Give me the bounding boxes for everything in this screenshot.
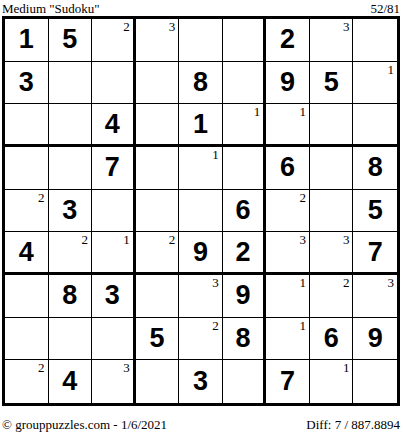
cell-r6c2[interactable]: 2 (49, 232, 93, 275)
given-digit: 5 (353, 190, 397, 232)
pencil-mark: 2 (82, 232, 89, 247)
pencil-mark: 1 (123, 232, 130, 247)
footer: © grouppuzzles.com - 1/6/2021 Diff: 7 / … (2, 417, 400, 432)
given-digit: 2 (266, 19, 309, 61)
pencil-mark: 3 (388, 275, 395, 290)
sudoku-board: 1523233895141117168236254212923378339123… (2, 16, 400, 406)
cell-r7c1[interactable] (5, 275, 49, 318)
cell-r6c4[interactable]: 2 (136, 232, 180, 275)
given-digit: 9 (223, 275, 264, 317)
pencil-mark: 2 (212, 318, 219, 333)
pencil-mark: 1 (299, 275, 306, 290)
cell-r7c7[interactable]: 1 (266, 275, 310, 318)
header: Medium "Sudoku" 52/81 (2, 0, 400, 16)
cell-r3c4[interactable] (136, 104, 180, 147)
pencil-mark: 3 (123, 360, 130, 375)
pencil-mark: 1 (299, 104, 306, 119)
cell-r8c2[interactable] (49, 318, 93, 361)
given-digit: 4 (5, 232, 48, 272)
pencil-mark: 1 (299, 318, 306, 333)
cell-r8c5[interactable]: 2 (179, 318, 223, 361)
cell-r8c1[interactable] (5, 318, 49, 361)
pencil-mark: 2 (38, 360, 45, 375)
cell-r3c1[interactable] (5, 104, 49, 147)
cell-r9c8[interactable]: 1 (310, 360, 354, 403)
cell-r6c3[interactable]: 1 (92, 232, 136, 275)
difficulty-text: Diff: 7 / 887.8894 (306, 417, 400, 432)
cell-r5c6[interactable]: 6 (223, 190, 267, 233)
given-digit: 5 (49, 19, 92, 61)
cell-r1c8[interactable]: 3 (310, 19, 354, 62)
cell-r8c6[interactable]: 8 (223, 318, 267, 361)
cell-r1c2[interactable]: 5 (49, 19, 93, 62)
given-digit: 3 (92, 275, 133, 317)
cell-r4c8[interactable] (310, 147, 354, 190)
given-digit: 6 (223, 190, 264, 232)
given-digit: 6 (310, 318, 353, 360)
cell-r3c3[interactable]: 4 (92, 104, 136, 147)
cell-r2c6[interactable] (223, 62, 267, 105)
cell-r7c8[interactable]: 2 (310, 275, 354, 318)
given-digit: 3 (49, 190, 92, 232)
given-digit: 5 (310, 62, 353, 104)
cell-r7c6[interactable]: 9 (223, 275, 267, 318)
cell-r8c3[interactable] (92, 318, 136, 361)
cell-r2c1[interactable]: 3 (5, 62, 49, 105)
cell-r6c8[interactable]: 3 (310, 232, 354, 275)
pencil-mark: 2 (123, 19, 130, 34)
cell-r9c9[interactable] (353, 360, 397, 403)
cell-r7c5[interactable]: 3 (179, 275, 223, 318)
given-digit: 3 (5, 62, 48, 104)
cell-r3c2[interactable] (49, 104, 93, 147)
cell-r4c6[interactable] (223, 147, 267, 190)
cell-r3c5[interactable]: 1 (179, 104, 223, 147)
cell-r4c2[interactable] (49, 147, 93, 190)
cell-r5c1[interactable]: 2 (5, 190, 49, 233)
cell-r2c5[interactable]: 8 (179, 62, 223, 105)
cell-r6c7[interactable]: 3 (266, 232, 310, 275)
cell-r2c2[interactable] (49, 62, 93, 105)
cell-r9c7[interactable]: 7 (266, 360, 310, 403)
cell-r4c3[interactable]: 7 (92, 147, 136, 190)
cell-r4c7[interactable]: 6 (266, 147, 310, 190)
pencil-mark: 2 (169, 232, 176, 247)
given-digit: 4 (49, 360, 92, 403)
cell-r6c1[interactable]: 4 (5, 232, 49, 275)
cell-r2c4[interactable] (136, 62, 180, 105)
cell-r5c3[interactable] (92, 190, 136, 233)
given-digit: 8 (49, 275, 92, 317)
cell-r9c1[interactable]: 2 (5, 360, 49, 403)
cell-r3c7[interactable]: 1 (266, 104, 310, 147)
given-digit: 7 (92, 147, 133, 189)
cell-r5c4[interactable] (136, 190, 180, 233)
cell-r3c8[interactable] (310, 104, 354, 147)
pencil-mark: 3 (343, 232, 350, 247)
cell-r3c6[interactable]: 1 (223, 104, 267, 147)
cell-r1c4[interactable]: 3 (136, 19, 180, 62)
cell-r5c7[interactable]: 2 (266, 190, 310, 233)
given-digit: 3 (179, 360, 222, 403)
cell-r5c2[interactable]: 3 (49, 190, 93, 233)
page-title: Medium "Sudoku" (2, 1, 100, 16)
cell-r1c1[interactable]: 1 (5, 19, 49, 62)
cell-r6c9[interactable]: 7 (353, 232, 397, 275)
cell-r6c6[interactable]: 2 (223, 232, 267, 275)
pencil-mark: 2 (343, 275, 350, 290)
pencil-mark: 1 (212, 147, 219, 162)
cell-r1c5[interactable] (179, 19, 223, 62)
cell-r8c9[interactable]: 9 (353, 318, 397, 361)
given-digit: 8 (353, 147, 397, 189)
cell-r5c9[interactable]: 5 (353, 190, 397, 233)
pencil-mark: 1 (343, 360, 350, 375)
given-digit: 1 (5, 19, 48, 61)
cell-r8c4[interactable]: 5 (136, 318, 180, 361)
pencil-mark: 1 (388, 62, 395, 77)
cell-r8c7[interactable]: 1 (266, 318, 310, 361)
cell-r2c8[interactable]: 5 (310, 62, 354, 105)
pencil-mark: 2 (299, 190, 306, 205)
copyright-text: © grouppuzzles.com - 1/6/2021 (2, 417, 167, 432)
given-digit: 6 (266, 147, 309, 189)
cell-r4c5[interactable]: 1 (179, 147, 223, 190)
given-digit: 2 (223, 232, 264, 272)
given-digit: 5 (136, 318, 179, 360)
cell-r8c8[interactable]: 6 (310, 318, 354, 361)
cell-r2c9[interactable]: 1 (353, 62, 397, 105)
cell-r4c4[interactable] (136, 147, 180, 190)
cell-r7c4[interactable] (136, 275, 180, 318)
given-digit: 7 (266, 360, 309, 403)
cell-r5c5[interactable] (179, 190, 223, 233)
cell-r7c9[interactable]: 3 (353, 275, 397, 318)
pencil-mark: 3 (212, 275, 219, 290)
cell-r9c4[interactable] (136, 360, 180, 403)
given-digit: 9 (353, 318, 397, 360)
cell-r6c5[interactable]: 9 (179, 232, 223, 275)
given-digit: 8 (179, 62, 222, 104)
pencil-mark: 2 (38, 190, 45, 205)
cell-r2c7[interactable]: 9 (266, 62, 310, 105)
pencil-mark: 3 (299, 232, 306, 247)
given-digit: 4 (92, 104, 133, 144)
cell-r7c3[interactable]: 3 (92, 275, 136, 318)
cell-r5c8[interactable] (310, 190, 354, 233)
cell-r4c9[interactable]: 8 (353, 147, 397, 190)
cell-r9c6[interactable] (223, 360, 267, 403)
given-digit: 8 (223, 318, 264, 360)
cell-r1c6[interactable] (223, 19, 267, 62)
cell-r4c1[interactable] (5, 147, 49, 190)
cell-r9c3[interactable]: 3 (92, 360, 136, 403)
cell-r1c7[interactable]: 2 (266, 19, 310, 62)
given-digit: 9 (179, 232, 222, 272)
cell-r9c2[interactable]: 4 (49, 360, 93, 403)
pencil-mark: 1 (254, 104, 261, 119)
cell-r7c2[interactable]: 8 (49, 275, 93, 318)
given-digit: 1 (179, 104, 222, 144)
cell-r9c5[interactable]: 3 (179, 360, 223, 403)
given-digit: 9 (266, 62, 309, 104)
pencil-mark: 3 (169, 19, 176, 34)
cell-r1c3[interactable]: 2 (92, 19, 136, 62)
cell-r2c3[interactable] (92, 62, 136, 105)
sudoku-page: Medium "Sudoku" 52/81 152323389514111716… (0, 0, 403, 432)
given-digit: 7 (353, 232, 397, 272)
pencil-mark: 3 (343, 19, 350, 34)
cell-r1c9[interactable] (353, 19, 397, 62)
cell-r3c9[interactable] (353, 104, 397, 147)
progress-counter: 52/81 (370, 1, 400, 16)
